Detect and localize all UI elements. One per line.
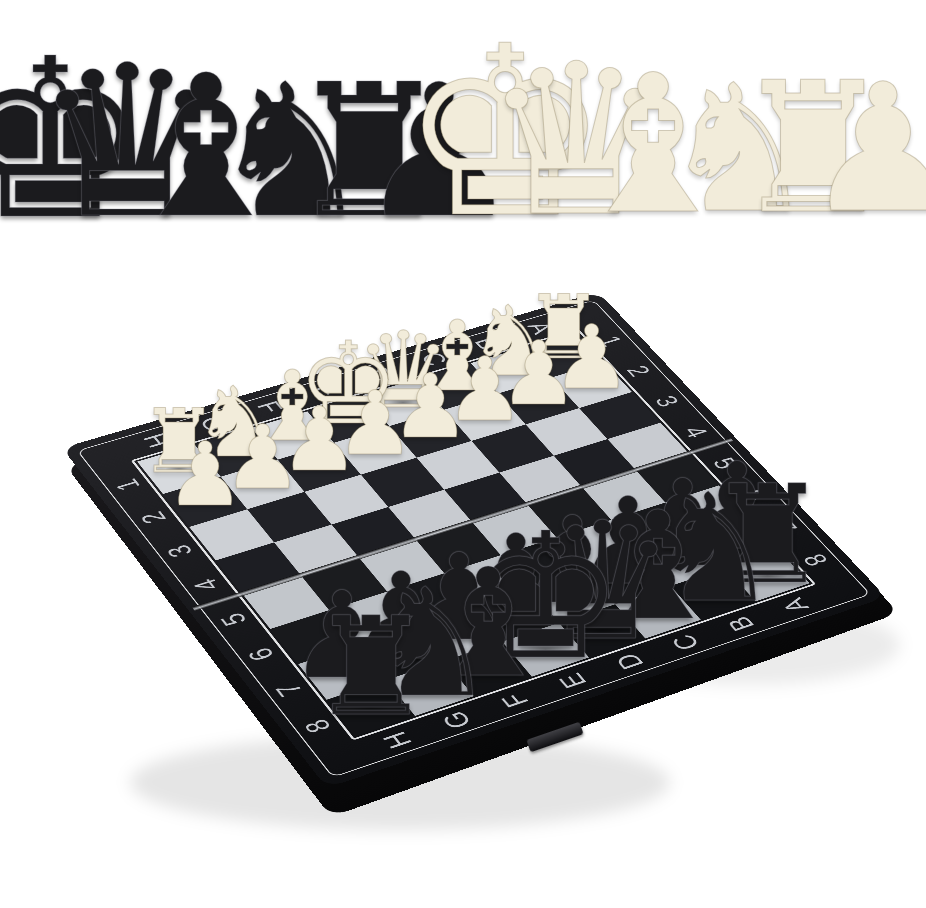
label-rank-left-6: 6	[242, 644, 279, 663]
piece-white-pawn-h2[interactable]: ♟︎	[165, 431, 244, 519]
label-rank-left-5: 5	[215, 610, 252, 629]
piece-black-rook-h8[interactable]: ♜︎	[310, 599, 432, 735]
label-rank-right-3: 3	[650, 393, 683, 409]
label-rank-left-3: 3	[161, 542, 197, 560]
chess-set-product-photo: ♚︎♛︎♝︎♞︎♜︎♟︎ ♚︎♛︎♝︎♞︎♜︎♟︎ HH11GG22FF33EE…	[0, 0, 926, 908]
lineup-white-pawn[interactable]: ♟︎	[804, 61, 926, 238]
label-rank-left-4: 4	[188, 575, 224, 593]
